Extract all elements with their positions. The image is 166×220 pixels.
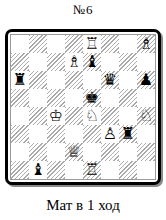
square-e7: ♝	[83, 53, 101, 71]
square-c3	[47, 125, 65, 143]
black-rook-a6: ♜	[11, 71, 29, 89]
white-rook-e8: ♖	[83, 35, 101, 53]
square-f8	[101, 35, 119, 53]
black-rook-g3: ♜	[119, 125, 137, 143]
square-f2	[101, 143, 119, 161]
white-rook-e1: ♖	[83, 161, 101, 179]
square-h7	[137, 53, 155, 71]
puzzle-number: №6	[0, 0, 166, 18]
square-c2	[47, 143, 65, 161]
square-b4	[29, 107, 47, 125]
square-a8	[11, 35, 29, 53]
square-a7	[11, 53, 29, 71]
square-d3	[65, 125, 83, 143]
black-bishop-b1: ♝	[29, 161, 47, 179]
white-knight-h4: ♘	[137, 107, 155, 125]
square-h5	[137, 89, 155, 107]
black-pawn-h6: ♟	[137, 71, 155, 89]
black-queen-f6: ♛	[101, 71, 119, 89]
square-g3: ♜	[119, 125, 137, 143]
square-b8	[29, 35, 47, 53]
square-e2	[83, 143, 101, 161]
square-g5	[119, 89, 137, 107]
square-g8	[119, 35, 137, 53]
square-c7	[47, 53, 65, 71]
square-e6	[83, 71, 101, 89]
square-h1	[137, 161, 155, 179]
square-f7	[101, 53, 119, 71]
square-f3: ♙	[101, 125, 119, 143]
white-queen-d2: ♕	[65, 143, 83, 161]
square-h8: ♗	[137, 35, 155, 53]
chess-board-frame: ♖♗♗♝♜♛♟♚♔♘♘♙♜♕♝♖	[5, 29, 161, 185]
square-d7: ♗	[65, 53, 83, 71]
square-g2	[119, 143, 137, 161]
square-b6	[29, 71, 47, 89]
square-b1: ♝	[29, 161, 47, 179]
white-king-c4: ♔	[47, 107, 65, 125]
square-c1	[47, 161, 65, 179]
square-g1	[119, 161, 137, 179]
square-c6	[47, 71, 65, 89]
square-e1: ♖	[83, 161, 101, 179]
black-bishop-e7: ♝	[83, 53, 101, 71]
square-a3	[11, 125, 29, 143]
square-g6	[119, 71, 137, 89]
square-d8	[65, 35, 83, 53]
puzzle-page: №6 ♖♗♗♝♜♛♟♚♔♘♘♙♜♕♝♖ Мат в 1 ход	[0, 0, 166, 220]
square-e3	[83, 125, 101, 143]
page: { "game": "chess", "title": "№6", "capti…	[0, 0, 166, 220]
white-bishop-d7: ♗	[65, 53, 83, 71]
square-h3	[137, 125, 155, 143]
square-g4	[119, 107, 137, 125]
square-c8	[47, 35, 65, 53]
square-c5	[47, 89, 65, 107]
square-f6: ♛	[101, 71, 119, 89]
square-b2	[29, 143, 47, 161]
square-a6: ♜	[11, 71, 29, 89]
white-knight-e4: ♘	[83, 107, 101, 125]
black-king-e5: ♚	[83, 89, 101, 107]
square-d4	[65, 107, 83, 125]
square-f5	[101, 89, 119, 107]
square-g7	[119, 53, 137, 71]
square-a5	[11, 89, 29, 107]
square-e8: ♖	[83, 35, 101, 53]
square-d6	[65, 71, 83, 89]
white-pawn-f3: ♙	[101, 125, 119, 143]
white-bishop-h8: ♗	[137, 35, 155, 53]
puzzle-caption: Мат в 1 ход	[0, 197, 166, 214]
square-e4: ♘	[83, 107, 101, 125]
square-b7	[29, 53, 47, 71]
square-a4	[11, 107, 29, 125]
square-d1	[65, 161, 83, 179]
square-d2: ♕	[65, 143, 83, 161]
square-b5	[29, 89, 47, 107]
square-f4	[101, 107, 119, 125]
square-a2	[11, 143, 29, 161]
square-d5	[65, 89, 83, 107]
square-f1	[101, 161, 119, 179]
chess-board: ♖♗♗♝♜♛♟♚♔♘♘♙♜♕♝♖	[10, 34, 156, 180]
square-h2	[137, 143, 155, 161]
square-a1	[11, 161, 29, 179]
square-b3	[29, 125, 47, 143]
square-h4: ♘	[137, 107, 155, 125]
square-h6: ♟	[137, 71, 155, 89]
square-c4: ♔	[47, 107, 65, 125]
square-e5: ♚	[83, 89, 101, 107]
